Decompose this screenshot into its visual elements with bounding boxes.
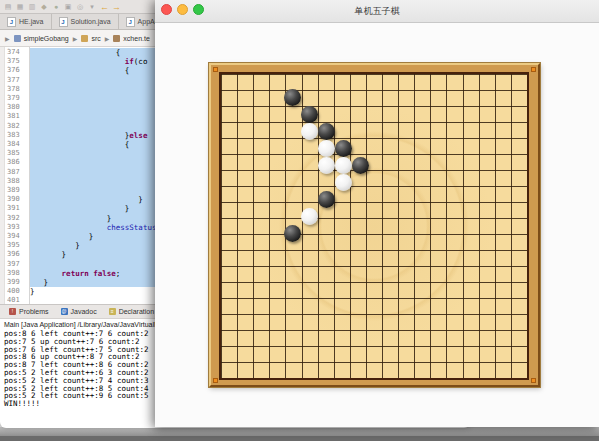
board-cell[interactable] [432,140,448,157]
board-cell[interactable] [237,225,253,242]
board-cell[interactable] [335,363,352,378]
board-cell[interactable] [495,74,511,89]
board-cell[interactable] [221,318,237,333]
board-cell[interactable] [237,303,253,318]
board-cell[interactable] [335,106,352,123]
board-cell[interactable] [385,191,401,208]
board-cell[interactable] [495,174,511,191]
board-cell[interactable] [416,174,432,191]
board-cell[interactable] [335,191,352,208]
board-cell[interactable] [318,89,335,106]
board-cell[interactable] [511,348,527,363]
board-cell[interactable] [401,208,417,225]
board-cell[interactable] [369,257,385,272]
board-cell[interactable] [221,333,237,348]
board-cell[interactable] [301,363,318,378]
board-cell[interactable] [268,272,284,287]
board-cell[interactable] [318,157,335,174]
nav-back-icon[interactable]: ← [100,3,108,11]
board-cell[interactable] [432,318,448,333]
board-cell[interactable] [335,74,352,89]
board-cell[interactable] [385,225,401,242]
minimize-button[interactable] [177,4,188,15]
board-cell[interactable] [301,287,318,302]
board-cell[interactable] [284,106,301,123]
board-cell[interactable] [301,303,318,318]
board-cell[interactable] [416,363,432,378]
board-cell[interactable] [318,225,335,242]
board-cell[interactable] [432,242,448,257]
board-cell[interactable] [416,272,432,287]
board-cell[interactable] [464,157,480,174]
board-cell[interactable] [318,303,335,318]
board-cell[interactable] [464,123,480,140]
board-cell[interactable] [284,242,301,257]
board-cell[interactable] [221,287,237,302]
board-cell[interactable] [432,106,448,123]
board-cell[interactable] [480,123,496,140]
board-cell[interactable] [369,174,385,191]
board-cell[interactable] [301,123,318,140]
board-cell[interactable] [221,74,237,89]
console-tab[interactable]: @Javadoc [56,307,102,316]
board-cell[interactable] [464,363,480,378]
board-cell[interactable] [511,303,527,318]
board-cell[interactable] [385,74,401,89]
board-cell[interactable] [495,348,511,363]
board-cell[interactable] [495,208,511,225]
board-cell[interactable] [369,318,385,333]
board-cell[interactable] [335,157,352,174]
board-cell[interactable] [416,208,432,225]
board-cell[interactable] [432,348,448,363]
board-cell[interactable] [448,348,464,363]
board-cell[interactable] [301,333,318,348]
board-cell[interactable] [369,303,385,318]
board-cell[interactable] [253,225,269,242]
board-cell[interactable] [464,348,480,363]
board-cell[interactable] [237,74,253,89]
board-cell[interactable] [335,348,352,363]
board-cell[interactable] [385,348,401,363]
board-cell[interactable] [335,123,352,140]
board-cell[interactable] [221,225,237,242]
board-cell[interactable] [335,257,352,272]
board-cell[interactable] [480,106,496,123]
board-cell[interactable] [432,208,448,225]
title-bar[interactable]: 单机五子棋 [155,0,599,23]
board-cell[interactable] [268,257,284,272]
board-cell[interactable] [253,303,269,318]
board-cell[interactable] [369,272,385,287]
board-cell[interactable] [318,123,335,140]
board-cell[interactable] [480,363,496,378]
board-cell[interactable] [432,225,448,242]
board-grid[interactable] [219,72,529,380]
board-cell[interactable] [495,191,511,208]
board-cell[interactable] [511,89,527,106]
board-cell[interactable] [495,242,511,257]
board-cell[interactable] [401,257,417,272]
board-cell[interactable] [352,303,369,318]
board-cell[interactable] [318,174,335,191]
board-cell[interactable] [385,272,401,287]
board-cell[interactable] [237,363,253,378]
board-cell[interactable] [221,140,237,157]
board-cell[interactable] [268,106,284,123]
board-cell[interactable] [480,333,496,348]
board-cell[interactable] [335,318,352,333]
board-cell[interactable] [480,318,496,333]
board-cell[interactable] [352,191,369,208]
board-cell[interactable] [369,123,385,140]
board-cell[interactable] [221,123,237,140]
board-cell[interactable] [416,157,432,174]
board-cell[interactable] [352,140,369,157]
print-icon[interactable]: ▥ [28,3,36,11]
board-cell[interactable] [369,74,385,89]
board-cell[interactable] [253,257,269,272]
board-cell[interactable] [335,303,352,318]
board-cell[interactable] [253,318,269,333]
board-cell[interactable] [432,89,448,106]
board-cell[interactable] [401,303,417,318]
board-cell[interactable] [480,174,496,191]
board-cell[interactable] [480,348,496,363]
board-cell[interactable] [237,242,253,257]
board-cell[interactable] [464,208,480,225]
board-cell[interactable] [511,363,527,378]
board-cell[interactable] [448,318,464,333]
board-cell[interactable] [318,106,335,123]
board-cell[interactable] [301,74,318,89]
board-cell[interactable] [301,140,318,157]
board-cell[interactable] [318,257,335,272]
board-cell[interactable] [268,157,284,174]
board-cell[interactable] [495,272,511,287]
board-cell[interactable] [416,348,432,363]
board-cell[interactable] [221,257,237,272]
board-cell[interactable] [448,74,464,89]
board-cell[interactable] [318,318,335,333]
board-cell[interactable] [284,333,301,348]
board-cell[interactable] [221,106,237,123]
board-cell[interactable] [416,191,432,208]
board-cell[interactable] [495,333,511,348]
board-cell[interactable] [464,74,480,89]
board-cell[interactable] [352,89,369,106]
board-cell[interactable] [432,257,448,272]
board-cell[interactable] [369,157,385,174]
board-cell[interactable] [369,208,385,225]
board-cell[interactable] [268,287,284,302]
board-cell[interactable] [416,242,432,257]
board-cell[interactable] [511,174,527,191]
board-cell[interactable] [284,157,301,174]
board-cell[interactable] [318,272,335,287]
board-cell[interactable] [432,174,448,191]
breadcrumb-item[interactable]: xchen.te [113,35,149,42]
board-cell[interactable] [335,287,352,302]
board-cell[interactable] [511,191,527,208]
board-cell[interactable] [268,363,284,378]
board-cell[interactable] [335,225,352,242]
board-cell[interactable] [448,333,464,348]
board-cell[interactable] [511,208,527,225]
board-cell[interactable] [416,225,432,242]
run-icon[interactable]: ● [52,3,60,11]
board-cell[interactable] [495,89,511,106]
board-cell[interactable] [511,242,527,257]
board-cell[interactable] [448,257,464,272]
board-cell[interactable] [480,225,496,242]
board-cell[interactable] [268,74,284,89]
board-cell[interactable] [401,242,417,257]
board-cell[interactable] [464,242,480,257]
board-cell[interactable] [335,140,352,157]
board-cell[interactable] [495,318,511,333]
board-cell[interactable] [385,89,401,106]
board-cell[interactable] [237,191,253,208]
board-cell[interactable] [301,318,318,333]
board-cell[interactable] [369,140,385,157]
board-cell[interactable] [237,318,253,333]
board-cell[interactable] [284,208,301,225]
board-cell[interactable] [385,363,401,378]
board-cell[interactable] [284,363,301,378]
board-cell[interactable] [253,106,269,123]
board-cell[interactable] [385,242,401,257]
board-cell[interactable] [495,225,511,242]
board-cell[interactable] [253,272,269,287]
board-cell[interactable] [369,106,385,123]
board-cell[interactable] [301,348,318,363]
board-cell[interactable] [318,242,335,257]
board-cell[interactable] [401,89,417,106]
board-cell[interactable] [385,123,401,140]
new-wizard-icon[interactable]: ▣ [64,3,72,11]
board-cell[interactable] [284,191,301,208]
board-cell[interactable] [480,242,496,257]
board-cell[interactable] [284,174,301,191]
board-cell[interactable] [385,303,401,318]
board-cell[interactable] [495,106,511,123]
board-cell[interactable] [352,123,369,140]
board-cell[interactable] [352,208,369,225]
editor-tab[interactable]: JSolution.java [52,14,119,29]
board-cell[interactable] [511,140,527,157]
board-cell[interactable] [464,272,480,287]
board-cell[interactable] [511,74,527,89]
board-cell[interactable] [432,123,448,140]
board-cell[interactable] [464,333,480,348]
breadcrumb-item[interactable]: simpleGobang [14,35,69,42]
board-cell[interactable] [237,287,253,302]
board-cell[interactable] [416,106,432,123]
board-cell[interactable] [401,348,417,363]
board-cell[interactable] [221,242,237,257]
board-cell[interactable] [464,318,480,333]
board-cell[interactable] [369,363,385,378]
board-cell[interactable] [369,191,385,208]
board-cell[interactable] [284,74,301,89]
board-cell[interactable] [432,303,448,318]
board-cell[interactable] [401,191,417,208]
board-cell[interactable] [480,74,496,89]
board-cell[interactable] [401,106,417,123]
board-cell[interactable] [253,89,269,106]
board-cell[interactable] [284,287,301,302]
board-cell[interactable] [335,174,352,191]
debug-icon[interactable]: ◆ [40,3,48,11]
board-cell[interactable] [318,140,335,157]
board-cell[interactable] [401,318,417,333]
board-cell[interactable] [416,333,432,348]
line-number-gutter[interactable]: 3743753763773783793803813823833843853863… [5,47,30,304]
board-cell[interactable] [369,225,385,242]
board-cell[interactable] [253,242,269,257]
board-cell[interactable] [335,208,352,225]
board-cell[interactable] [335,272,352,287]
board-cell[interactable] [253,174,269,191]
board-cell[interactable] [401,157,417,174]
board-cell[interactable] [268,348,284,363]
board-cell[interactable] [511,257,527,272]
editor-tab[interactable]: JHE.java [0,14,52,29]
board-cell[interactable] [495,257,511,272]
board-cell[interactable] [511,272,527,287]
board-cell[interactable] [385,140,401,157]
board-cell[interactable] [268,123,284,140]
board-cell[interactable] [284,272,301,287]
board-cell[interactable] [369,333,385,348]
board-cell[interactable] [237,272,253,287]
board-cell[interactable] [464,140,480,157]
board-cell[interactable] [495,123,511,140]
board-cell[interactable] [301,191,318,208]
board-cell[interactable] [237,157,253,174]
board-cell[interactable] [401,287,417,302]
board-cell[interactable] [448,174,464,191]
board-cell[interactable] [448,242,464,257]
board-cell[interactable] [352,363,369,378]
board-cell[interactable] [301,208,318,225]
board-cell[interactable] [284,140,301,157]
board-cell[interactable] [385,257,401,272]
board-cell[interactable] [385,318,401,333]
board-cell[interactable] [480,191,496,208]
board-cell[interactable] [480,208,496,225]
board-cell[interactable] [432,157,448,174]
board-cell[interactable] [385,157,401,174]
board-cell[interactable] [480,140,496,157]
board-cell[interactable] [511,157,527,174]
board-cell[interactable] [221,208,237,225]
board-cell[interactable] [221,272,237,287]
board-cell[interactable] [511,318,527,333]
board-cell[interactable] [352,225,369,242]
board-cell[interactable] [352,106,369,123]
board-cell[interactable] [318,333,335,348]
board-cell[interactable] [432,191,448,208]
board-cell[interactable] [352,157,369,174]
board-cell[interactable] [237,123,253,140]
board-cell[interactable] [268,318,284,333]
board-cell[interactable] [416,257,432,272]
board-cell[interactable] [448,272,464,287]
board-cell[interactable] [253,140,269,157]
board-cell[interactable] [253,333,269,348]
board-cell[interactable] [352,242,369,257]
board-cell[interactable] [221,191,237,208]
board-cell[interactable] [352,333,369,348]
board-cell[interactable] [268,333,284,348]
board-cell[interactable] [301,89,318,106]
board-cell[interactable] [221,174,237,191]
board-cell[interactable] [480,303,496,318]
board-cell[interactable] [480,89,496,106]
board-cell[interactable] [495,140,511,157]
board-cell[interactable] [448,225,464,242]
board-cell[interactable] [268,191,284,208]
board-cell[interactable] [464,257,480,272]
new-file-icon[interactable]: ▤ [4,3,12,11]
board-cell[interactable] [352,348,369,363]
board-cell[interactable] [448,157,464,174]
board-cell[interactable] [480,272,496,287]
board-cell[interactable] [432,363,448,378]
board-cell[interactable] [401,123,417,140]
board-cell[interactable] [416,318,432,333]
board-cell[interactable] [401,272,417,287]
board-cell[interactable] [335,333,352,348]
board-cell[interactable] [511,333,527,348]
board-cell[interactable] [432,272,448,287]
board-cell[interactable] [448,363,464,378]
board-cell[interactable] [284,318,301,333]
board-cell[interactable] [385,174,401,191]
board-cell[interactable] [352,318,369,333]
board-cell[interactable] [480,157,496,174]
board-cell[interactable] [495,303,511,318]
board-cell[interactable] [448,303,464,318]
board-cell[interactable] [448,191,464,208]
board-cell[interactable] [401,333,417,348]
board-cell[interactable] [385,333,401,348]
board-cell[interactable] [511,225,527,242]
close-button[interactable] [161,4,172,15]
board-cell[interactable] [253,287,269,302]
board-cell[interactable] [268,140,284,157]
board-cell[interactable] [268,303,284,318]
board-cell[interactable] [385,208,401,225]
board-cell[interactable] [318,287,335,302]
board-cell[interactable] [268,225,284,242]
board-cell[interactable] [416,89,432,106]
board-cell[interactable] [268,89,284,106]
board-cell[interactable] [268,174,284,191]
board-cell[interactable] [511,287,527,302]
board-cell[interactable] [253,74,269,89]
board-cell[interactable] [284,348,301,363]
board-cell[interactable] [416,303,432,318]
board-cell[interactable] [448,106,464,123]
board-cell[interactable] [301,225,318,242]
board-cell[interactable] [401,174,417,191]
board-cell[interactable] [318,363,335,378]
board-cell[interactable] [416,140,432,157]
board-cell[interactable] [318,348,335,363]
